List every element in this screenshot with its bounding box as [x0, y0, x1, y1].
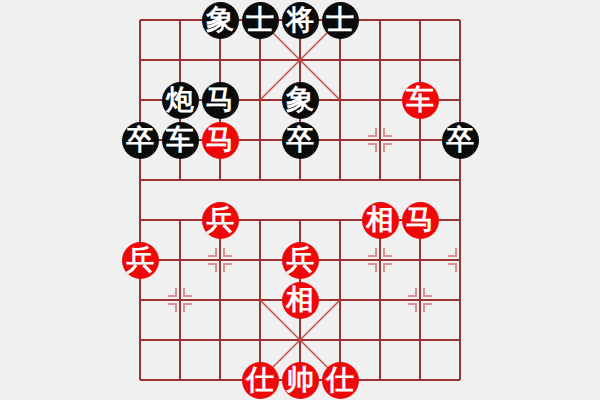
piece-black-advisor[interactable]: 士 — [242, 2, 279, 39]
piece-black-chariot[interactable]: 车 — [162, 122, 199, 159]
xiangqi-board: 象士将士炮马象车卒车马卒卒兵相马兵兵相仕帅仕 — [0, 0, 600, 400]
piece-black-general[interactable]: 将 — [282, 2, 319, 39]
piece-black-advisor[interactable]: 士 — [322, 2, 359, 39]
piece-red-advisor[interactable]: 仕 — [242, 362, 279, 399]
piece-black-horse[interactable]: 马 — [202, 82, 239, 119]
piece-black-cannon[interactable]: 炮 — [162, 82, 199, 119]
piece-black-elephant[interactable]: 象 — [282, 82, 319, 119]
piece-red-soldier[interactable]: 兵 — [282, 242, 319, 279]
piece-red-horse[interactable]: 马 — [402, 202, 439, 239]
piece-red-soldier[interactable]: 兵 — [122, 242, 159, 279]
piece-red-advisor[interactable]: 仕 — [322, 362, 359, 399]
piece-black-soldier[interactable]: 卒 — [122, 122, 159, 159]
piece-red-general[interactable]: 帅 — [282, 362, 319, 399]
piece-red-horse[interactable]: 马 — [202, 122, 239, 159]
piece-black-elephant[interactable]: 象 — [202, 2, 239, 39]
piece-black-soldier[interactable]: 卒 — [442, 122, 479, 159]
piece-red-chariot[interactable]: 车 — [402, 82, 439, 119]
pieces-grid[interactable]: 象士将士炮马象车卒车马卒卒兵相马兵兵相仕帅仕 — [120, 0, 480, 400]
piece-black-soldier[interactable]: 卒 — [282, 122, 319, 159]
piece-red-soldier[interactable]: 兵 — [202, 202, 239, 239]
piece-red-elephant[interactable]: 相 — [282, 282, 319, 319]
piece-red-elephant[interactable]: 相 — [362, 202, 399, 239]
